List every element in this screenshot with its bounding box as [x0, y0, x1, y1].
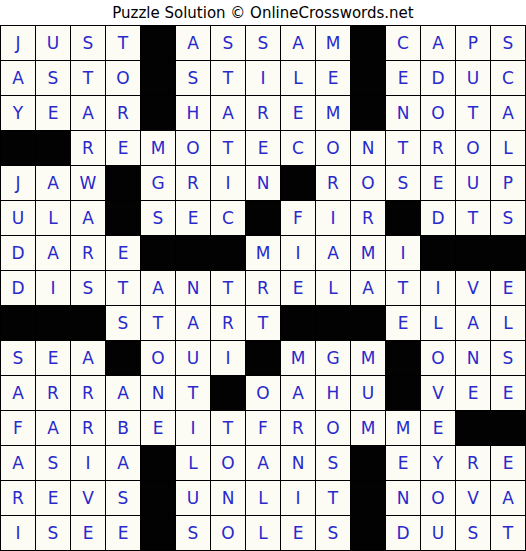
letter-cell-r3c7: A: [211, 96, 245, 130]
letter-cell-r14c12: N: [386, 481, 420, 515]
letter-cell-r15c14: S: [456, 516, 490, 550]
block-cell-r9c9: [281, 306, 315, 340]
letter-cell-r6c9: F: [281, 201, 315, 235]
letter-cell-r8c11: A: [351, 271, 385, 305]
letter-cell-r2c8: I: [246, 61, 280, 95]
letter-cell-r15c6: S: [176, 516, 210, 550]
letter-cell-r1c14: P: [456, 26, 490, 60]
letter-cell-r8c7: T: [211, 271, 245, 305]
letter-cell-r11c3: R: [71, 376, 105, 410]
letter-cell-r2c14: U: [456, 61, 490, 95]
letter-cell-r4c7: T: [211, 131, 245, 165]
letter-cell-r6c3: A: [71, 201, 105, 235]
letter-cell-r11c6: T: [176, 376, 210, 410]
letter-cell-r8c15: E: [491, 271, 525, 305]
letter-cell-r13c14: R: [456, 446, 490, 480]
letter-cell-r6c1: U: [1, 201, 35, 235]
letter-cell-r4c4: E: [106, 131, 140, 165]
block-cell-r2c5: [141, 61, 175, 95]
letter-cell-r6c13: D: [421, 201, 455, 235]
letter-cell-r13c2: S: [36, 446, 70, 480]
letter-cell-r5c13: E: [421, 166, 455, 200]
letter-cell-r3c12: N: [386, 96, 420, 130]
letter-cell-r2c13: D: [421, 61, 455, 95]
block-cell-r4c2: [36, 131, 70, 165]
letter-cell-r5c6: R: [176, 166, 210, 200]
letter-cell-r10c2: E: [36, 341, 70, 375]
letter-cell-r2c3: T: [71, 61, 105, 95]
letter-cell-r1c7: S: [211, 26, 245, 60]
letter-cell-r4c15: L: [491, 131, 525, 165]
letter-cell-r12c12: M: [386, 411, 420, 445]
letter-cell-r13c4: A: [106, 446, 140, 480]
letter-cell-r7c9: I: [281, 236, 315, 270]
letter-cell-r8c2: I: [36, 271, 70, 305]
letter-cell-r12c8: F: [246, 411, 280, 445]
block-cell-r9c2: [36, 306, 70, 340]
letter-cell-r15c7: O: [211, 516, 245, 550]
letter-cell-r2c2: S: [36, 61, 70, 95]
puzzle-solution-page: Puzzle Solution © OnlineCrosswords.net J…: [0, 0, 526, 551]
letter-cell-r14c4: S: [106, 481, 140, 515]
letter-cell-r15c10: S: [316, 516, 350, 550]
letter-cell-r1c2: U: [36, 26, 70, 60]
letter-cell-r14c2: E: [36, 481, 70, 515]
letter-cell-r4c5: M: [141, 131, 175, 165]
letter-cell-r2c9: L: [281, 61, 315, 95]
letter-cell-r9c4: S: [106, 306, 140, 340]
letter-cell-r8c13: I: [421, 271, 455, 305]
block-cell-r7c13: [421, 236, 455, 270]
letter-cell-r11c1: A: [1, 376, 35, 410]
block-cell-r11c12: [386, 376, 420, 410]
block-cell-r9c10: [316, 306, 350, 340]
letter-cell-r1c6: A: [176, 26, 210, 60]
letter-cell-r2c4: O: [106, 61, 140, 95]
letter-cell-r9c13: L: [421, 306, 455, 340]
letter-cell-r12c1: F: [1, 411, 35, 445]
letter-cell-r10c3: A: [71, 341, 105, 375]
letter-cell-r3c15: A: [491, 96, 525, 130]
letter-cell-r13c1: A: [1, 446, 35, 480]
block-cell-r7c14: [456, 236, 490, 270]
letter-cell-r15c1: I: [1, 516, 35, 550]
letter-cell-r3c1: Y: [1, 96, 35, 130]
letter-cell-r11c15: E: [491, 376, 525, 410]
block-cell-r11c7: [211, 376, 245, 410]
letter-cell-r8c8: R: [246, 271, 280, 305]
letter-cell-r13c15: E: [491, 446, 525, 480]
letter-cell-r13c9: N: [281, 446, 315, 480]
letter-cell-r1c3: S: [71, 26, 105, 60]
letter-cell-r10c13: O: [421, 341, 455, 375]
letter-cell-r13c10: S: [316, 446, 350, 480]
letter-cell-r13c13: Y: [421, 446, 455, 480]
letter-cell-r14c7: N: [211, 481, 245, 515]
letter-cell-r14c13: O: [421, 481, 455, 515]
letter-cell-r11c5: N: [141, 376, 175, 410]
letter-cell-r8c4: T: [106, 271, 140, 305]
letter-cell-r14c14: V: [456, 481, 490, 515]
letter-cell-r1c12: C: [386, 26, 420, 60]
letter-cell-r12c9: R: [281, 411, 315, 445]
letter-cell-r5c12: S: [386, 166, 420, 200]
letter-cell-r14c9: I: [281, 481, 315, 515]
letter-cell-r7c3: R: [71, 236, 105, 270]
letter-cell-r12c7: T: [211, 411, 245, 445]
letter-cell-r7c11: M: [351, 236, 385, 270]
letter-cell-r1c15: S: [491, 26, 525, 60]
block-cell-r1c11: [351, 26, 385, 60]
letter-cell-r8c6: N: [176, 271, 210, 305]
letter-cell-r13c8: A: [246, 446, 280, 480]
letter-cell-r5c1: J: [1, 166, 35, 200]
letter-cell-r1c10: M: [316, 26, 350, 60]
letter-cell-r14c3: V: [71, 481, 105, 515]
letter-cell-r4c10: O: [316, 131, 350, 165]
letter-cell-r5c7: I: [211, 166, 245, 200]
letter-cell-r1c9: A: [281, 26, 315, 60]
letter-cell-r11c13: V: [421, 376, 455, 410]
letter-cell-r9c14: A: [456, 306, 490, 340]
letter-cell-r15c15: T: [491, 516, 525, 550]
block-cell-r3c5: [141, 96, 175, 130]
block-cell-r15c11: [351, 516, 385, 550]
letter-cell-r3c4: R: [106, 96, 140, 130]
title-bar: Puzzle Solution © OnlineCrosswords.net: [0, 0, 526, 25]
letter-cell-r11c11: U: [351, 376, 385, 410]
block-cell-r7c7: [211, 236, 245, 270]
block-cell-r12c15: [491, 411, 525, 445]
letter-cell-r2c12: E: [386, 61, 420, 95]
letter-cell-r6c11: R: [351, 201, 385, 235]
letter-cell-r15c8: L: [246, 516, 280, 550]
letter-cell-r3c2: E: [36, 96, 70, 130]
letter-cell-r8c14: V: [456, 271, 490, 305]
letter-cell-r7c12: I: [386, 236, 420, 270]
block-cell-r9c3: [71, 306, 105, 340]
letter-cell-r11c14: E: [456, 376, 490, 410]
block-cell-r5c9: [281, 166, 315, 200]
letter-cell-r5c2: A: [36, 166, 70, 200]
letter-cell-r15c4: E: [106, 516, 140, 550]
letter-cell-r1c4: T: [106, 26, 140, 60]
letter-cell-r9c12: E: [386, 306, 420, 340]
letter-cell-r11c9: A: [281, 376, 315, 410]
letter-cell-r10c14: N: [456, 341, 490, 375]
letter-cell-r10c1: S: [1, 341, 35, 375]
letter-cell-r5c15: P: [491, 166, 525, 200]
letter-cell-r9c15: L: [491, 306, 525, 340]
block-cell-r6c12: [386, 201, 420, 235]
letter-cell-r3c9: E: [281, 96, 315, 130]
letter-cell-r8c5: A: [141, 271, 175, 305]
block-cell-r7c15: [491, 236, 525, 270]
block-cell-r3c11: [351, 96, 385, 130]
letter-cell-r6c6: E: [176, 201, 210, 235]
letter-cell-r13c6: L: [176, 446, 210, 480]
letter-cell-r4c14: O: [456, 131, 490, 165]
letter-cell-r12c10: O: [316, 411, 350, 445]
letter-cell-r10c5: O: [141, 341, 175, 375]
block-cell-r7c5: [141, 236, 175, 270]
letter-cell-r1c13: A: [421, 26, 455, 60]
letter-cell-r5c3: W: [71, 166, 105, 200]
letter-cell-r9c6: A: [176, 306, 210, 340]
letter-cell-r3c10: M: [316, 96, 350, 130]
letter-cell-r9c7: R: [211, 306, 245, 340]
letter-cell-r8c12: T: [386, 271, 420, 305]
letter-cell-r5c8: N: [246, 166, 280, 200]
letter-cell-r4c6: O: [176, 131, 210, 165]
letter-cell-r12c13: E: [421, 411, 455, 445]
block-cell-r12c14: [456, 411, 490, 445]
letter-cell-r15c13: U: [421, 516, 455, 550]
letter-cell-r11c2: R: [36, 376, 70, 410]
letter-cell-r10c7: I: [211, 341, 245, 375]
block-cell-r7c6: [176, 236, 210, 270]
letter-cell-r14c8: L: [246, 481, 280, 515]
letter-cell-r11c4: A: [106, 376, 140, 410]
letter-cell-r5c11: O: [351, 166, 385, 200]
letter-cell-r8c1: D: [1, 271, 35, 305]
letter-cell-r1c1: J: [1, 26, 35, 60]
letter-cell-r12c11: M: [351, 411, 385, 445]
letter-cell-r4c9: C: [281, 131, 315, 165]
letter-cell-r9c5: T: [141, 306, 175, 340]
letter-cell-r13c12: E: [386, 446, 420, 480]
letter-cell-r9c8: T: [246, 306, 280, 340]
letter-cell-r12c4: B: [106, 411, 140, 445]
letter-cell-r7c1: D: [1, 236, 35, 270]
block-cell-r1c5: [141, 26, 175, 60]
block-cell-r6c4: [106, 201, 140, 235]
letter-cell-r10c10: G: [316, 341, 350, 375]
letter-cell-r10c15: S: [491, 341, 525, 375]
block-cell-r9c1: [1, 306, 35, 340]
block-cell-r13c11: [351, 446, 385, 480]
letter-cell-r4c8: E: [246, 131, 280, 165]
letter-cell-r14c15: A: [491, 481, 525, 515]
letter-cell-r2c10: E: [316, 61, 350, 95]
letter-cell-r12c2: A: [36, 411, 70, 445]
block-cell-r6c8: [246, 201, 280, 235]
block-cell-r4c1: [1, 131, 35, 165]
letter-cell-r7c4: E: [106, 236, 140, 270]
letter-cell-r6c14: T: [456, 201, 490, 235]
letter-cell-r12c5: E: [141, 411, 175, 445]
letter-cell-r10c6: U: [176, 341, 210, 375]
block-cell-r9c11: [351, 306, 385, 340]
letter-cell-r7c10: A: [316, 236, 350, 270]
letter-cell-r8c3: S: [71, 271, 105, 305]
block-cell-r10c4: [106, 341, 140, 375]
letter-cell-r10c9: M: [281, 341, 315, 375]
letter-cell-r6c5: S: [141, 201, 175, 235]
letter-cell-r2c7: T: [211, 61, 245, 95]
letter-cell-r5c10: R: [316, 166, 350, 200]
letter-cell-r14c6: U: [176, 481, 210, 515]
letter-cell-r2c6: S: [176, 61, 210, 95]
letter-cell-r4c3: R: [71, 131, 105, 165]
letter-cell-r15c2: S: [36, 516, 70, 550]
letter-cell-r11c10: H: [316, 376, 350, 410]
letter-cell-r7c2: A: [36, 236, 70, 270]
letter-cell-r3c3: A: [71, 96, 105, 130]
puzzle-title: Puzzle Solution © OnlineCrosswords.net: [112, 4, 413, 22]
block-cell-r14c11: [351, 481, 385, 515]
letter-cell-r12c3: R: [71, 411, 105, 445]
letter-cell-r5c14: U: [456, 166, 490, 200]
block-cell-r2c11: [351, 61, 385, 95]
letter-cell-r3c13: O: [421, 96, 455, 130]
letter-cell-r13c7: O: [211, 446, 245, 480]
letter-cell-r10c11: M: [351, 341, 385, 375]
letter-cell-r1c8: S: [246, 26, 280, 60]
block-cell-r10c12: [386, 341, 420, 375]
letter-cell-r5c5: G: [141, 166, 175, 200]
letter-cell-r6c15: S: [491, 201, 525, 235]
letter-cell-r11c8: O: [246, 376, 280, 410]
letter-cell-r3c6: H: [176, 96, 210, 130]
letter-cell-r8c10: L: [316, 271, 350, 305]
letter-cell-r6c2: L: [36, 201, 70, 235]
letter-cell-r14c1: R: [1, 481, 35, 515]
letter-cell-r6c7: C: [211, 201, 245, 235]
letter-cell-r3c14: T: [456, 96, 490, 130]
letter-cell-r15c9: E: [281, 516, 315, 550]
block-cell-r15c5: [141, 516, 175, 550]
letter-cell-r14c10: T: [316, 481, 350, 515]
letter-cell-r6c10: I: [316, 201, 350, 235]
letter-cell-r4c13: R: [421, 131, 455, 165]
block-cell-r14c5: [141, 481, 175, 515]
letter-cell-r4c11: N: [351, 131, 385, 165]
letter-cell-r15c3: E: [71, 516, 105, 550]
letter-cell-r2c1: A: [1, 61, 35, 95]
crossword-grid: JUSTASSAMCAPSASTOSTILEEDUCYEARHAREMNOTAR…: [0, 25, 526, 551]
letter-cell-r7c8: M: [246, 236, 280, 270]
letter-cell-r8c9: E: [281, 271, 315, 305]
block-cell-r13c5: [141, 446, 175, 480]
letter-cell-r13c3: I: [71, 446, 105, 480]
letter-cell-r3c8: R: [246, 96, 280, 130]
block-cell-r10c8: [246, 341, 280, 375]
letter-cell-r4c12: T: [386, 131, 420, 165]
letter-cell-r2c15: C: [491, 61, 525, 95]
letter-cell-r15c12: D: [386, 516, 420, 550]
letter-cell-r12c6: I: [176, 411, 210, 445]
block-cell-r5c4: [106, 166, 140, 200]
